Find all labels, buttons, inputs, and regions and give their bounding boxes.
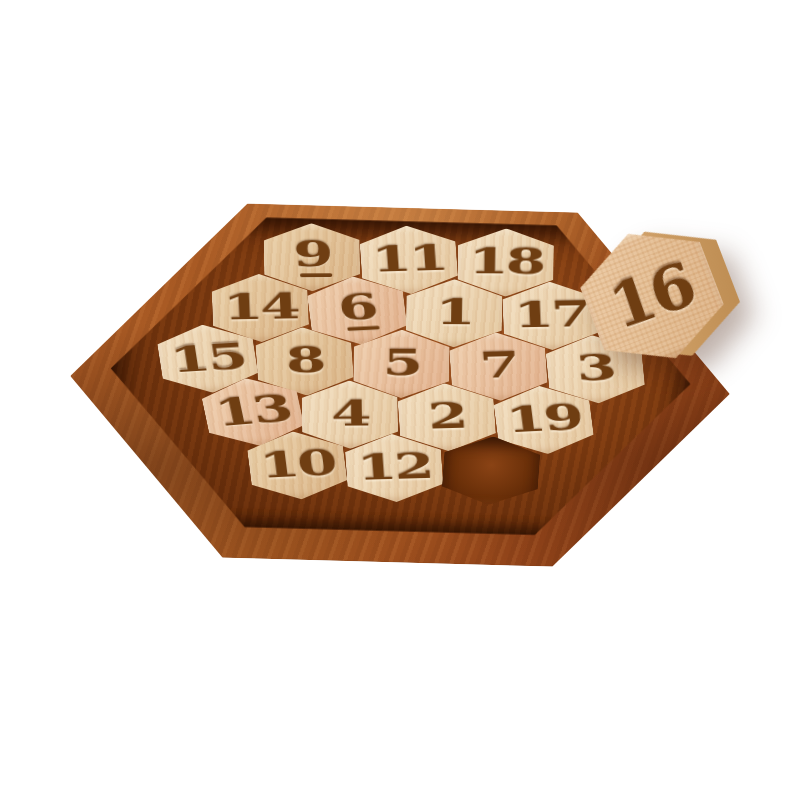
tile-number: 19 — [504, 399, 583, 438]
product-photo: 911181461171585731342191012 16 — [0, 0, 800, 800]
tile-number: 1 — [435, 294, 473, 330]
tile-number: 6 — [335, 288, 378, 331]
tile-number: 5 — [383, 345, 421, 381]
tile-number: 14 — [222, 288, 298, 325]
tile-number: 16 — [603, 254, 701, 339]
tile-number: 18 — [468, 243, 543, 279]
tile-number: 10 — [258, 444, 337, 483]
tile-number: 9 — [293, 235, 331, 277]
tile-number: 13 — [211, 390, 293, 432]
tile-number: 15 — [168, 337, 248, 377]
tile-number: 2 — [426, 398, 466, 435]
tile-number: 12 — [355, 448, 432, 486]
tile-number: 8 — [285, 342, 325, 379]
tile-number: 7 — [478, 347, 518, 384]
tile-number: 4 — [330, 395, 368, 431]
tile-number: 17 — [512, 296, 588, 333]
tile-number: 11 — [370, 240, 447, 278]
